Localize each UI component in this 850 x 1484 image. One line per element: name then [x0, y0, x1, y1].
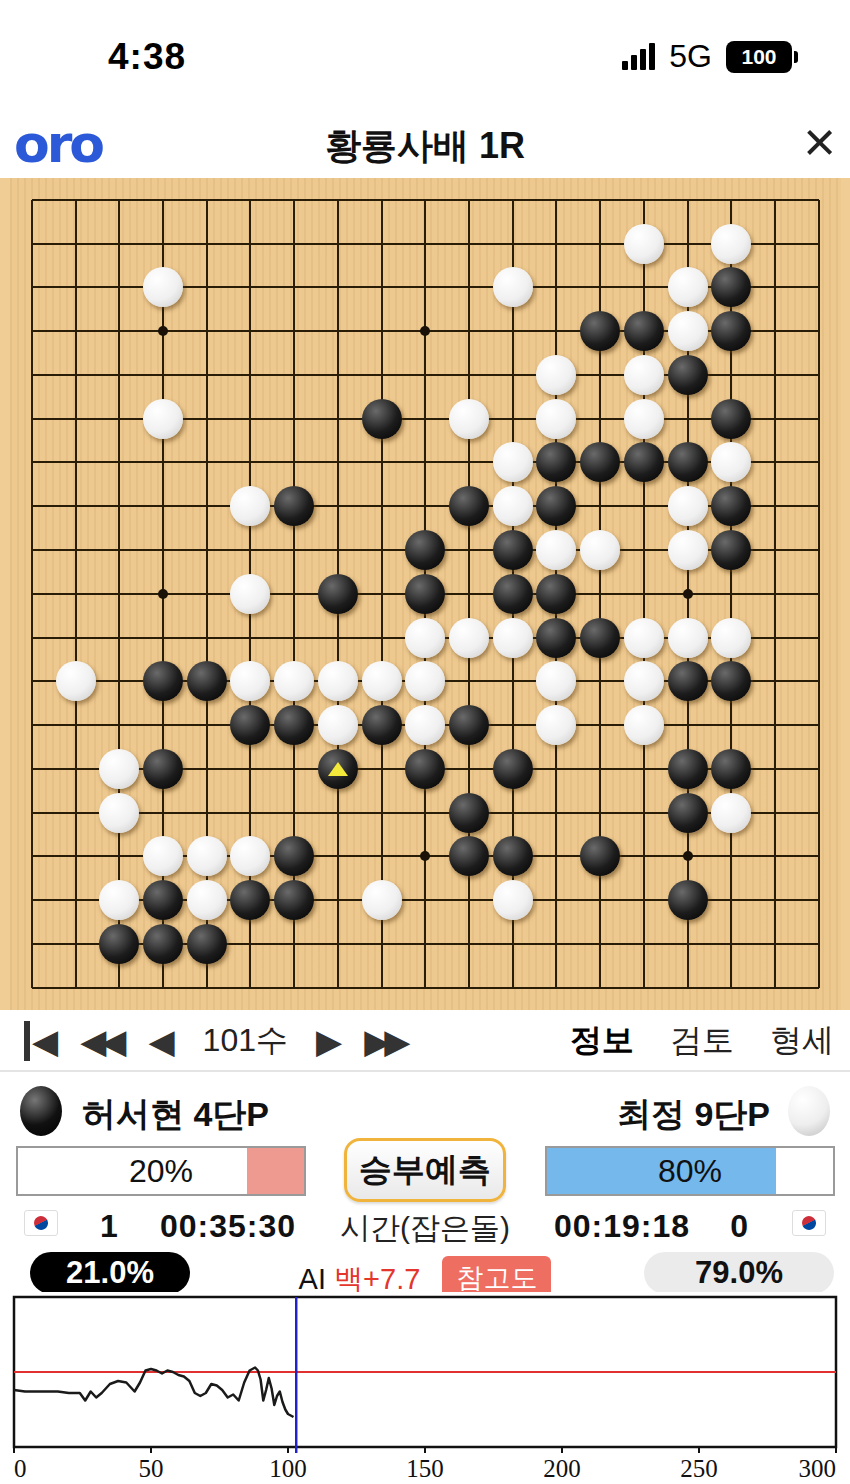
board-point[interactable] [272, 178, 316, 222]
board-point[interactable] [447, 922, 491, 966]
board-point[interactable] [447, 703, 491, 747]
board-point[interactable] [10, 309, 54, 353]
board-point[interactable] [797, 747, 841, 791]
board-point[interactable] [491, 747, 535, 791]
board-point[interactable] [185, 747, 229, 791]
board-point[interactable] [622, 397, 666, 441]
board-point[interactable] [316, 616, 360, 660]
board-point[interactable] [54, 834, 98, 878]
board-point[interactable] [185, 922, 229, 966]
board-point[interactable] [141, 266, 185, 310]
board-point[interactable] [753, 266, 797, 310]
board-point[interactable] [797, 966, 841, 1010]
board-point[interactable] [753, 222, 797, 266]
board-point[interactable] [753, 659, 797, 703]
tab-review[interactable]: 검토 [670, 1019, 734, 1063]
board-point[interactable] [797, 528, 841, 572]
board-point[interactable] [229, 791, 273, 835]
board-point[interactable] [272, 659, 316, 703]
board-point[interactable] [622, 747, 666, 791]
board-point[interactable] [185, 441, 229, 485]
board-point[interactable] [491, 222, 535, 266]
prediction-button[interactable]: 승부예측 [344, 1138, 506, 1202]
tab-info[interactable]: 정보 [570, 1019, 634, 1063]
board-point[interactable] [54, 441, 98, 485]
fast-forward-button[interactable]: ▶▶ [364, 1021, 410, 1061]
board-point[interactable] [185, 484, 229, 528]
board-point[interactable] [535, 834, 579, 878]
board-point[interactable] [753, 572, 797, 616]
board-point[interactable] [185, 397, 229, 441]
board-point[interactable] [666, 397, 710, 441]
board-point[interactable] [491, 309, 535, 353]
board-point[interactable] [360, 791, 404, 835]
board-point[interactable] [753, 703, 797, 747]
board-point[interactable] [710, 178, 754, 222]
board-point[interactable] [54, 353, 98, 397]
board-point[interactable] [578, 266, 622, 310]
board-point[interactable] [185, 222, 229, 266]
board-point[interactable] [229, 659, 273, 703]
board-point[interactable] [141, 791, 185, 835]
board-point[interactable] [185, 703, 229, 747]
board-point[interactable] [578, 309, 622, 353]
board-point[interactable] [141, 484, 185, 528]
board-point[interactable] [710, 572, 754, 616]
board-point[interactable] [229, 747, 273, 791]
board-point[interactable] [229, 222, 273, 266]
board-point[interactable] [578, 572, 622, 616]
board-point[interactable] [54, 878, 98, 922]
board-point[interactable] [403, 528, 447, 572]
board-point[interactable] [185, 353, 229, 397]
board-point[interactable] [447, 484, 491, 528]
board-point[interactable] [229, 397, 273, 441]
go-board[interactable] [10, 178, 841, 1010]
board-point[interactable] [491, 659, 535, 703]
board-point[interactable] [622, 922, 666, 966]
board-point[interactable] [272, 616, 316, 660]
board-point[interactable] [797, 222, 841, 266]
board-point[interactable] [403, 178, 447, 222]
board-point[interactable] [753, 397, 797, 441]
board-point[interactable] [666, 659, 710, 703]
board-point[interactable] [797, 878, 841, 922]
board-point[interactable] [797, 397, 841, 441]
board-point[interactable] [229, 178, 273, 222]
board-point[interactable] [535, 703, 579, 747]
board-point[interactable] [10, 878, 54, 922]
board-point[interactable] [403, 878, 447, 922]
board-point[interactable] [666, 791, 710, 835]
board-point[interactable] [316, 397, 360, 441]
board-point[interactable] [622, 791, 666, 835]
board-point[interactable] [185, 309, 229, 353]
board-point[interactable] [797, 703, 841, 747]
board-point[interactable] [578, 441, 622, 485]
board-point[interactable] [666, 441, 710, 485]
board-point[interactable] [447, 528, 491, 572]
board-point[interactable] [535, 922, 579, 966]
board-point[interactable] [622, 834, 666, 878]
board-point[interactable] [578, 397, 622, 441]
board-point[interactable] [229, 528, 273, 572]
next-move-button[interactable]: ▶ [316, 1021, 342, 1061]
board-point[interactable] [753, 834, 797, 878]
board-point[interactable] [316, 572, 360, 616]
board-point[interactable] [535, 791, 579, 835]
board-point[interactable] [97, 266, 141, 310]
board-point[interactable] [797, 353, 841, 397]
board-point[interactable] [272, 528, 316, 572]
board-point[interactable] [447, 309, 491, 353]
board-point[interactable] [141, 353, 185, 397]
board-point[interactable] [141, 834, 185, 878]
board-point[interactable] [622, 353, 666, 397]
board-point[interactable] [272, 309, 316, 353]
board-point[interactable] [54, 397, 98, 441]
board-point[interactable] [272, 834, 316, 878]
board-point[interactable] [272, 353, 316, 397]
board-point[interactable] [316, 528, 360, 572]
board-point[interactable] [97, 528, 141, 572]
board-point[interactable] [666, 922, 710, 966]
board-point[interactable] [229, 616, 273, 660]
board-point[interactable] [272, 222, 316, 266]
board-point[interactable] [185, 966, 229, 1010]
board-point[interactable] [10, 834, 54, 878]
board-point[interactable] [447, 834, 491, 878]
board-point[interactable] [316, 353, 360, 397]
board-point[interactable] [753, 616, 797, 660]
tab-territory[interactable]: 형세 [770, 1019, 834, 1063]
board-point[interactable] [141, 222, 185, 266]
board-point[interactable] [97, 659, 141, 703]
board-point[interactable] [229, 703, 273, 747]
board-point[interactable] [578, 659, 622, 703]
board-point[interactable] [578, 178, 622, 222]
board-point[interactable] [360, 178, 404, 222]
board-point[interactable] [316, 178, 360, 222]
board-point[interactable] [622, 441, 666, 485]
board-point[interactable] [316, 266, 360, 310]
board-point[interactable] [797, 616, 841, 660]
board-point[interactable] [753, 966, 797, 1010]
board-point[interactable] [797, 484, 841, 528]
board-point[interactable] [447, 747, 491, 791]
board-point[interactable] [710, 834, 754, 878]
board-point[interactable] [710, 528, 754, 572]
board-point[interactable] [535, 441, 579, 485]
board-point[interactable] [797, 922, 841, 966]
board-point[interactable] [316, 441, 360, 485]
board-point[interactable] [622, 878, 666, 922]
board-point[interactable] [141, 178, 185, 222]
board-point[interactable] [316, 703, 360, 747]
board-point[interactable] [403, 353, 447, 397]
board-point[interactable] [272, 484, 316, 528]
winrate-graph[interactable]: 050100150200250300 [0, 1292, 850, 1484]
board-point[interactable] [535, 747, 579, 791]
board-point[interactable] [403, 309, 447, 353]
board-point[interactable] [54, 484, 98, 528]
board-point[interactable] [272, 966, 316, 1010]
board-point[interactable] [491, 353, 535, 397]
board-point[interactable] [360, 441, 404, 485]
board-point[interactable] [666, 222, 710, 266]
board-point[interactable] [10, 266, 54, 310]
board-point[interactable] [535, 966, 579, 1010]
board-point[interactable] [272, 878, 316, 922]
board-point[interactable] [316, 659, 360, 703]
board-point[interactable] [97, 747, 141, 791]
board-point[interactable] [97, 616, 141, 660]
board-point[interactable] [316, 834, 360, 878]
board-point[interactable] [316, 747, 360, 791]
board-point[interactable] [578, 966, 622, 1010]
board-point[interactable] [360, 397, 404, 441]
board-point[interactable] [622, 703, 666, 747]
board-point[interactable] [10, 966, 54, 1010]
board-point[interactable] [447, 878, 491, 922]
board-point[interactable] [229, 878, 273, 922]
board-point[interactable] [97, 966, 141, 1010]
board-point[interactable] [447, 397, 491, 441]
board-point[interactable] [360, 659, 404, 703]
board-point[interactable] [403, 834, 447, 878]
board-point[interactable] [622, 484, 666, 528]
board-point[interactable] [185, 572, 229, 616]
board-point[interactable] [141, 616, 185, 660]
board-point[interactable] [535, 484, 579, 528]
board-point[interactable] [578, 834, 622, 878]
board-point[interactable] [185, 266, 229, 310]
board-point[interactable] [797, 178, 841, 222]
board-point[interactable] [622, 178, 666, 222]
board-point[interactable] [535, 659, 579, 703]
board-point[interactable] [10, 572, 54, 616]
board-point[interactable] [578, 922, 622, 966]
board-point[interactable] [666, 484, 710, 528]
board-point[interactable] [141, 966, 185, 1010]
board-point[interactable] [10, 441, 54, 485]
board-point[interactable] [797, 791, 841, 835]
board-point[interactable] [666, 834, 710, 878]
board-point[interactable] [141, 441, 185, 485]
board-point[interactable] [491, 966, 535, 1010]
board-point[interactable] [578, 791, 622, 835]
board-point[interactable] [97, 178, 141, 222]
board-point[interactable] [54, 309, 98, 353]
board-point[interactable] [753, 791, 797, 835]
board-point[interactable] [666, 703, 710, 747]
board-point[interactable] [185, 178, 229, 222]
board-point[interactable] [10, 397, 54, 441]
board-point[interactable] [54, 528, 98, 572]
board-point[interactable] [54, 922, 98, 966]
board-point[interactable] [360, 222, 404, 266]
board-point[interactable] [797, 659, 841, 703]
board-point[interactable] [710, 397, 754, 441]
board-point[interactable] [403, 966, 447, 1010]
board-point[interactable] [97, 572, 141, 616]
board-point[interactable] [447, 966, 491, 1010]
board-point[interactable] [578, 528, 622, 572]
board-point[interactable] [710, 266, 754, 310]
board-point[interactable] [753, 309, 797, 353]
board-point[interactable] [272, 266, 316, 310]
board-point[interactable] [10, 484, 54, 528]
board-point[interactable] [10, 922, 54, 966]
board-point[interactable] [272, 397, 316, 441]
board-point[interactable] [360, 834, 404, 878]
board-point[interactable] [97, 484, 141, 528]
board-point[interactable] [491, 572, 535, 616]
board-point[interactable] [10, 222, 54, 266]
board-point[interactable] [666, 528, 710, 572]
first-move-button[interactable]: ◀ [24, 1021, 58, 1061]
board-point[interactable] [491, 266, 535, 310]
board-point[interactable] [54, 178, 98, 222]
board-point[interactable] [97, 878, 141, 922]
board-point[interactable] [141, 922, 185, 966]
board-point[interactable] [578, 616, 622, 660]
board-point[interactable] [54, 572, 98, 616]
board-point[interactable] [535, 878, 579, 922]
board-point[interactable] [97, 397, 141, 441]
board-point[interactable] [10, 353, 54, 397]
board-point[interactable] [316, 222, 360, 266]
board-point[interactable] [97, 791, 141, 835]
board-point[interactable] [185, 878, 229, 922]
board-point[interactable] [316, 878, 360, 922]
board-point[interactable] [185, 528, 229, 572]
board-point[interactable] [272, 747, 316, 791]
board-point[interactable] [666, 178, 710, 222]
board-point[interactable] [360, 484, 404, 528]
board-point[interactable] [753, 178, 797, 222]
board-point[interactable] [666, 353, 710, 397]
board-point[interactable] [141, 397, 185, 441]
board-point[interactable] [229, 484, 273, 528]
board-point[interactable] [185, 791, 229, 835]
board-point[interactable] [535, 178, 579, 222]
close-icon[interactable]: × [803, 110, 836, 174]
board-point[interactable] [491, 397, 535, 441]
board-point[interactable] [360, 528, 404, 572]
board-point[interactable] [666, 878, 710, 922]
board-point[interactable] [360, 309, 404, 353]
board-point[interactable] [316, 309, 360, 353]
board-point[interactable] [54, 747, 98, 791]
board-point[interactable] [185, 616, 229, 660]
board-point[interactable] [666, 572, 710, 616]
board-point[interactable] [403, 572, 447, 616]
board-point[interactable] [710, 441, 754, 485]
board-point[interactable] [491, 922, 535, 966]
board-point[interactable] [535, 572, 579, 616]
board-point[interactable] [753, 484, 797, 528]
board-point[interactable] [753, 441, 797, 485]
board-point[interactable] [710, 659, 754, 703]
board-point[interactable] [141, 747, 185, 791]
board-point[interactable] [666, 616, 710, 660]
board-point[interactable] [491, 178, 535, 222]
board-point[interactable] [622, 659, 666, 703]
board-point[interactable] [578, 703, 622, 747]
board-point[interactable] [185, 659, 229, 703]
board-point[interactable] [710, 309, 754, 353]
board-point[interactable] [141, 659, 185, 703]
board-point[interactable] [97, 309, 141, 353]
board-point[interactable] [491, 441, 535, 485]
board-point[interactable] [578, 222, 622, 266]
board-point[interactable] [797, 266, 841, 310]
board-point[interactable] [797, 834, 841, 878]
board-point[interactable] [360, 616, 404, 660]
board-point[interactable] [229, 966, 273, 1010]
board-point[interactable] [272, 441, 316, 485]
board-point[interactable] [97, 834, 141, 878]
board-point[interactable] [229, 266, 273, 310]
board-point[interactable] [54, 222, 98, 266]
board-point[interactable] [578, 747, 622, 791]
board-point[interactable] [10, 791, 54, 835]
board-point[interactable] [666, 747, 710, 791]
board-point[interactable] [710, 922, 754, 966]
board-point[interactable] [753, 528, 797, 572]
board-point[interactable] [97, 703, 141, 747]
board-point[interactable] [535, 528, 579, 572]
board-point[interactable] [447, 791, 491, 835]
board-point[interactable] [97, 922, 141, 966]
board-point[interactable] [535, 222, 579, 266]
board-point[interactable] [578, 484, 622, 528]
fast-backward-button[interactable]: ◀◀ [80, 1021, 126, 1061]
board-point[interactable] [229, 309, 273, 353]
board-point[interactable] [97, 441, 141, 485]
board-point[interactable] [360, 966, 404, 1010]
board-point[interactable] [797, 572, 841, 616]
board-point[interactable] [360, 572, 404, 616]
board-point[interactable] [10, 178, 54, 222]
board-point[interactable] [10, 703, 54, 747]
board-point[interactable] [666, 266, 710, 310]
board-point[interactable] [141, 572, 185, 616]
prev-move-button[interactable]: ◀ [148, 1021, 174, 1061]
board-point[interactable] [710, 616, 754, 660]
board-point[interactable] [491, 528, 535, 572]
board-point[interactable] [447, 616, 491, 660]
board-point[interactable] [535, 397, 579, 441]
board-point[interactable] [797, 309, 841, 353]
board-point[interactable] [491, 791, 535, 835]
board-point[interactable] [97, 353, 141, 397]
board-point[interactable] [710, 353, 754, 397]
board-point[interactable] [185, 834, 229, 878]
board-point[interactable] [403, 703, 447, 747]
board-point[interactable] [535, 309, 579, 353]
board-point[interactable] [403, 922, 447, 966]
board-point[interactable] [10, 616, 54, 660]
board-point[interactable] [403, 397, 447, 441]
board-point[interactable] [141, 309, 185, 353]
board-point[interactable] [710, 966, 754, 1010]
board-point[interactable] [622, 309, 666, 353]
board-point[interactable] [753, 878, 797, 922]
board-point[interactable] [710, 484, 754, 528]
board-point[interactable] [622, 528, 666, 572]
